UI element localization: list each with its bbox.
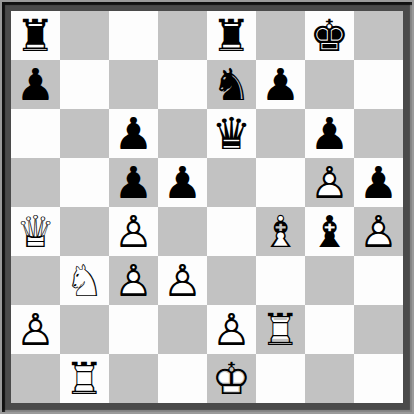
piece-white-king-fill: ♚ <box>207 354 256 403</box>
piece-black-pawn: ♟ <box>109 158 158 207</box>
chess-board-frame: ♜♜♚♟♞♟♟♛♟♟♟♟♙♟♛♕♟♙♝♗♝♟♙♞♘♟♙♟♙♟♙♟♙♜♖♜♖♚♔ <box>0 0 414 414</box>
square-e8[interactable]: ♜ <box>207 11 256 60</box>
square-e2[interactable]: ♟♙ <box>207 305 256 354</box>
square-c7[interactable] <box>109 60 158 109</box>
piece-white-queen-fill: ♛ <box>11 207 60 256</box>
piece-white-rook: ♖ <box>256 305 305 354</box>
piece-white-pawn-fill: ♟ <box>11 305 60 354</box>
square-f8[interactable] <box>256 11 305 60</box>
square-h6[interactable] <box>354 109 403 158</box>
square-a4[interactable]: ♛♕ <box>11 207 60 256</box>
square-g5[interactable]: ♟♙ <box>305 158 354 207</box>
square-b4[interactable] <box>60 207 109 256</box>
piece-white-pawn: ♙ <box>354 207 403 256</box>
square-b5[interactable] <box>60 158 109 207</box>
square-g7[interactable] <box>305 60 354 109</box>
square-f1[interactable] <box>256 354 305 403</box>
square-e6[interactable]: ♛ <box>207 109 256 158</box>
square-h7[interactable] <box>354 60 403 109</box>
piece-white-pawn-fill: ♟ <box>305 158 354 207</box>
square-b7[interactable] <box>60 60 109 109</box>
square-e7[interactable]: ♞ <box>207 60 256 109</box>
piece-white-rook-fill: ♜ <box>256 305 305 354</box>
piece-black-pawn: ♟ <box>305 109 354 158</box>
piece-white-king: ♔ <box>207 354 256 403</box>
square-b1[interactable]: ♜♖ <box>60 354 109 403</box>
piece-black-king: ♚ <box>305 11 354 60</box>
square-e4[interactable] <box>207 207 256 256</box>
square-g1[interactable] <box>305 354 354 403</box>
square-c8[interactable] <box>109 11 158 60</box>
square-d3[interactable]: ♟♙ <box>158 256 207 305</box>
square-h4[interactable]: ♟♙ <box>354 207 403 256</box>
square-b2[interactable] <box>60 305 109 354</box>
square-b6[interactable] <box>60 109 109 158</box>
square-f5[interactable] <box>256 158 305 207</box>
square-d2[interactable] <box>158 305 207 354</box>
piece-white-bishop-fill: ♝ <box>256 207 305 256</box>
square-g2[interactable] <box>305 305 354 354</box>
piece-white-pawn-fill: ♟ <box>354 207 403 256</box>
piece-white-bishop: ♗ <box>256 207 305 256</box>
square-d5[interactable]: ♟ <box>158 158 207 207</box>
piece-black-pawn: ♟ <box>11 60 60 109</box>
piece-black-pawn: ♟ <box>109 109 158 158</box>
piece-white-knight: ♘ <box>60 256 109 305</box>
square-h2[interactable] <box>354 305 403 354</box>
square-c4[interactable]: ♟♙ <box>109 207 158 256</box>
square-h5[interactable]: ♟ <box>354 158 403 207</box>
piece-black-rook: ♜ <box>11 11 60 60</box>
square-a3[interactable] <box>11 256 60 305</box>
square-f6[interactable] <box>256 109 305 158</box>
square-e5[interactable] <box>207 158 256 207</box>
piece-white-pawn: ♙ <box>305 158 354 207</box>
piece-white-rook-fill: ♜ <box>60 354 109 403</box>
square-a6[interactable] <box>11 109 60 158</box>
square-f4[interactable]: ♝♗ <box>256 207 305 256</box>
piece-white-pawn: ♙ <box>158 256 207 305</box>
piece-black-pawn: ♟ <box>256 60 305 109</box>
square-c1[interactable] <box>109 354 158 403</box>
piece-white-queen: ♕ <box>11 207 60 256</box>
square-a8[interactable]: ♜ <box>11 11 60 60</box>
square-c6[interactable]: ♟ <box>109 109 158 158</box>
square-f7[interactable]: ♟ <box>256 60 305 109</box>
square-a5[interactable] <box>11 158 60 207</box>
piece-black-knight: ♞ <box>207 60 256 109</box>
piece-black-pawn: ♟ <box>354 158 403 207</box>
square-c5[interactable]: ♟ <box>109 158 158 207</box>
square-f3[interactable] <box>256 256 305 305</box>
square-h1[interactable] <box>354 354 403 403</box>
square-b3[interactable]: ♞♘ <box>60 256 109 305</box>
piece-white-pawn-fill: ♟ <box>109 207 158 256</box>
square-c3[interactable]: ♟♙ <box>109 256 158 305</box>
piece-white-knight-fill: ♞ <box>60 256 109 305</box>
square-g3[interactable] <box>305 256 354 305</box>
piece-white-pawn-fill: ♟ <box>109 256 158 305</box>
square-g4[interactable]: ♝ <box>305 207 354 256</box>
square-d7[interactable] <box>158 60 207 109</box>
piece-white-pawn: ♙ <box>109 256 158 305</box>
square-d6[interactable] <box>158 109 207 158</box>
square-b8[interactable] <box>60 11 109 60</box>
square-e1[interactable]: ♚♔ <box>207 354 256 403</box>
piece-white-pawn: ♙ <box>109 207 158 256</box>
square-e3[interactable] <box>207 256 256 305</box>
piece-white-rook: ♖ <box>60 354 109 403</box>
piece-black-rook: ♜ <box>207 11 256 60</box>
square-c2[interactable] <box>109 305 158 354</box>
square-d4[interactable] <box>158 207 207 256</box>
square-h8[interactable] <box>354 11 403 60</box>
square-a7[interactable]: ♟ <box>11 60 60 109</box>
chess-board: ♜♜♚♟♞♟♟♛♟♟♟♟♙♟♛♕♟♙♝♗♝♟♙♞♘♟♙♟♙♟♙♟♙♜♖♜♖♚♔ <box>11 11 403 403</box>
square-f2[interactable]: ♜♖ <box>256 305 305 354</box>
square-g6[interactable]: ♟ <box>305 109 354 158</box>
square-a1[interactable] <box>11 354 60 403</box>
piece-black-bishop: ♝ <box>305 207 354 256</box>
square-g8[interactable]: ♚ <box>305 11 354 60</box>
piece-black-pawn: ♟ <box>158 158 207 207</box>
square-d1[interactable] <box>158 354 207 403</box>
square-h3[interactable] <box>354 256 403 305</box>
piece-white-pawn-fill: ♟ <box>158 256 207 305</box>
piece-white-pawn: ♙ <box>207 305 256 354</box>
square-d8[interactable] <box>158 11 207 60</box>
square-a2[interactable]: ♟♙ <box>11 305 60 354</box>
piece-white-pawn: ♙ <box>11 305 60 354</box>
piece-white-pawn-fill: ♟ <box>207 305 256 354</box>
piece-black-queen: ♛ <box>207 109 256 158</box>
